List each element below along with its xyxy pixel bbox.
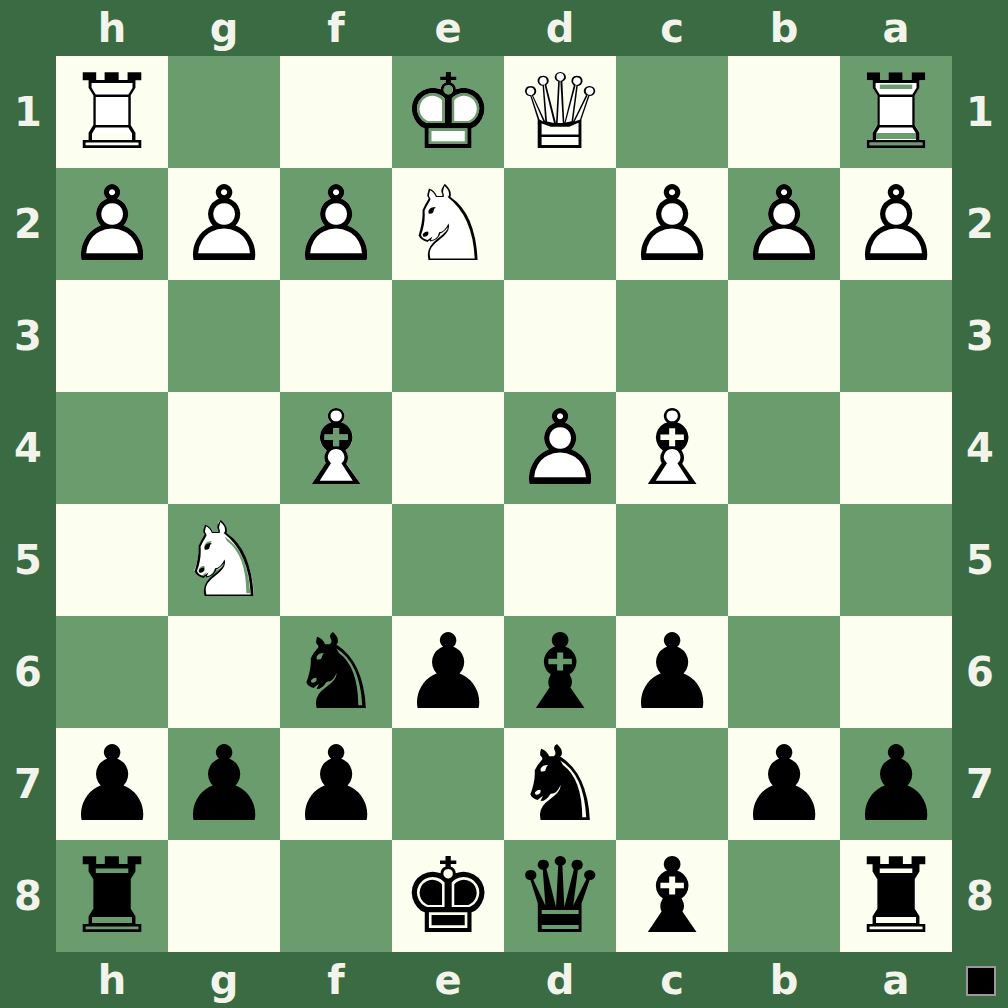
rank-label-right-3: 3 (952, 280, 1008, 392)
white-knight: ♞♘ (168, 504, 280, 616)
rank-label-left-4: 4 (0, 392, 56, 504)
square-h7[interactable]: ♟ (56, 728, 168, 840)
file-label-top-a: a (840, 0, 952, 56)
black-piece-glyph: ♜ (56, 840, 168, 952)
square-f8[interactable] (280, 840, 392, 952)
square-c3[interactable] (616, 280, 728, 392)
square-c8[interactable]: ♝ (616, 840, 728, 952)
square-a8[interactable]: ♜ (840, 840, 952, 952)
black-bishop: ♝ (504, 616, 616, 728)
white-piece-outline-glyph: ♘ (168, 504, 280, 616)
white-piece-outline-glyph: ♙ (840, 168, 952, 280)
file-label-bottom-d: d (504, 952, 616, 1008)
square-g5[interactable]: ♞♘ (168, 504, 280, 616)
square-e5[interactable] (392, 504, 504, 616)
black-piece-glyph: ♝ (616, 840, 728, 952)
square-d7[interactable]: ♞ (504, 728, 616, 840)
file-label-top-g: g (168, 0, 280, 56)
square-a5[interactable] (840, 504, 952, 616)
black-piece-glyph: ♟ (840, 728, 952, 840)
white-piece-outline-glyph: ♗ (616, 392, 728, 504)
rank-label-left-1: 1 (0, 56, 56, 168)
square-g4[interactable] (168, 392, 280, 504)
black-king: ♚ (392, 840, 504, 952)
rank-label-right-5: 5 (952, 504, 1008, 616)
square-b3[interactable] (728, 280, 840, 392)
square-c5[interactable] (616, 504, 728, 616)
white-piece-outline-glyph: ♔ (392, 56, 504, 168)
black-piece-glyph: ♞ (280, 616, 392, 728)
white-bishop: ♝♗ (280, 392, 392, 504)
square-d2[interactable] (504, 168, 616, 280)
square-e3[interactable] (392, 280, 504, 392)
square-d8[interactable]: ♛ (504, 840, 616, 952)
file-label-top-f: f (280, 0, 392, 56)
square-h3[interactable] (56, 280, 168, 392)
square-h5[interactable] (56, 504, 168, 616)
black-queen: ♛ (504, 840, 616, 952)
square-e8[interactable]: ♚ (392, 840, 504, 952)
square-f2[interactable]: ♟♙ (280, 168, 392, 280)
file-label-top-c: c (616, 0, 728, 56)
square-c7[interactable] (616, 728, 728, 840)
square-f7[interactable]: ♟ (280, 728, 392, 840)
square-b6[interactable] (728, 616, 840, 728)
file-label-top-b: b (728, 0, 840, 56)
square-f3[interactable] (280, 280, 392, 392)
white-piece-outline-glyph: ♖ (840, 56, 952, 168)
square-f5[interactable] (280, 504, 392, 616)
black-piece-glyph: ♞ (504, 728, 616, 840)
square-c1[interactable] (616, 56, 728, 168)
white-piece-outline-glyph: ♙ (616, 168, 728, 280)
square-g3[interactable] (168, 280, 280, 392)
black-piece-glyph: ♟ (168, 728, 280, 840)
black-pawn: ♟ (280, 728, 392, 840)
square-f6[interactable]: ♞ (280, 616, 392, 728)
file-label-bottom-e: e (392, 952, 504, 1008)
white-bishop: ♝♗ (616, 392, 728, 504)
white-pawn: ♟♙ (504, 392, 616, 504)
square-h8[interactable]: ♜ (56, 840, 168, 952)
corner-bottom-left (0, 952, 56, 1008)
black-knight: ♞ (504, 728, 616, 840)
black-piece-glyph: ♟ (56, 728, 168, 840)
chess-board: hgfedcba1♜♖♚♔♛♕♜♖12♟♙♟♙♟♙♞♘♟♙♟♙♟♙2334♝♗♟… (0, 0, 1008, 1008)
side-to-move-indicator (966, 966, 996, 996)
file-label-bottom-h: h (56, 952, 168, 1008)
black-piece-glyph: ♟ (392, 616, 504, 728)
file-label-bottom-f: f (280, 952, 392, 1008)
square-b1[interactable] (728, 56, 840, 168)
square-b2[interactable]: ♟♙ (728, 168, 840, 280)
square-a3[interactable] (840, 280, 952, 392)
white-piece-outline-glyph: ♖ (56, 56, 168, 168)
black-pawn: ♟ (728, 728, 840, 840)
white-rook: ♜♖ (56, 56, 168, 168)
corner-bottom-right (952, 952, 1008, 1008)
square-g7[interactable]: ♟ (168, 728, 280, 840)
white-piece-outline-glyph: ♕ (504, 56, 616, 168)
black-rook: ♜ (56, 840, 168, 952)
square-d3[interactable] (504, 280, 616, 392)
rank-label-right-7: 7 (952, 728, 1008, 840)
corner-top-left (0, 0, 56, 56)
square-b5[interactable] (728, 504, 840, 616)
file-label-top-h: h (56, 0, 168, 56)
white-pawn: ♟♙ (280, 168, 392, 280)
black-pawn: ♟ (56, 728, 168, 840)
square-e4[interactable] (392, 392, 504, 504)
square-a2[interactable]: ♟♙ (840, 168, 952, 280)
file-label-top-d: d (504, 0, 616, 56)
square-d1[interactable]: ♛♕ (504, 56, 616, 168)
white-piece-outline-glyph: ♙ (280, 168, 392, 280)
rank-label-left-2: 2 (0, 168, 56, 280)
square-g2[interactable]: ♟♙ (168, 168, 280, 280)
white-pawn: ♟♙ (616, 168, 728, 280)
rank-label-right-4: 4 (952, 392, 1008, 504)
square-f1[interactable] (280, 56, 392, 168)
black-pawn: ♟ (616, 616, 728, 728)
square-a7[interactable]: ♟ (840, 728, 952, 840)
rank-label-right-2: 2 (952, 168, 1008, 280)
file-label-top-e: e (392, 0, 504, 56)
square-g1[interactable] (168, 56, 280, 168)
rank-label-left-8: 8 (0, 840, 56, 952)
black-bishop: ♝ (616, 840, 728, 952)
black-pawn: ♟ (840, 728, 952, 840)
black-piece-glyph: ♛ (504, 840, 616, 952)
corner-top-right (952, 0, 1008, 56)
white-piece-outline-glyph: ♙ (168, 168, 280, 280)
black-piece-glyph: ♚ (392, 840, 504, 952)
square-b7[interactable]: ♟ (728, 728, 840, 840)
square-e1[interactable]: ♚♔ (392, 56, 504, 168)
white-piece-outline-glyph: ♘ (392, 168, 504, 280)
file-label-bottom-g: g (168, 952, 280, 1008)
square-b4[interactable] (728, 392, 840, 504)
white-piece-outline-glyph: ♗ (280, 392, 392, 504)
rank-label-left-5: 5 (0, 504, 56, 616)
file-label-bottom-b: b (728, 952, 840, 1008)
square-e2[interactable]: ♞♘ (392, 168, 504, 280)
file-label-bottom-c: c (616, 952, 728, 1008)
rank-label-right-8: 8 (952, 840, 1008, 952)
square-f4[interactable]: ♝♗ (280, 392, 392, 504)
square-h6[interactable] (56, 616, 168, 728)
white-queen: ♛♕ (504, 56, 616, 168)
white-pawn: ♟♙ (728, 168, 840, 280)
white-knight: ♞♘ (392, 168, 504, 280)
square-d6[interactable]: ♝ (504, 616, 616, 728)
square-c2[interactable]: ♟♙ (616, 168, 728, 280)
square-e7[interactable] (392, 728, 504, 840)
square-c6[interactable]: ♟ (616, 616, 728, 728)
square-a1[interactable]: ♜♖ (840, 56, 952, 168)
black-piece-glyph: ♜ (840, 840, 952, 952)
black-piece-glyph: ♝ (504, 616, 616, 728)
black-piece-glyph: ♟ (616, 616, 728, 728)
square-h1[interactable]: ♜♖ (56, 56, 168, 168)
black-rook: ♜ (840, 840, 952, 952)
square-g8[interactable] (168, 840, 280, 952)
rank-label-left-6: 6 (0, 616, 56, 728)
square-d5[interactable] (504, 504, 616, 616)
square-h4[interactable] (56, 392, 168, 504)
square-g6[interactable] (168, 616, 280, 728)
white-rook: ♜♖ (840, 56, 952, 168)
white-pawn: ♟♙ (56, 168, 168, 280)
white-piece-outline-glyph: ♙ (504, 392, 616, 504)
black-knight: ♞ (280, 616, 392, 728)
square-e6[interactable]: ♟ (392, 616, 504, 728)
square-a6[interactable] (840, 616, 952, 728)
black-piece-glyph: ♟ (728, 728, 840, 840)
white-pawn: ♟♙ (168, 168, 280, 280)
white-pawn: ♟♙ (840, 168, 952, 280)
black-pawn: ♟ (392, 616, 504, 728)
square-b8[interactable] (728, 840, 840, 952)
white-piece-outline-glyph: ♙ (728, 168, 840, 280)
white-king: ♚♔ (392, 56, 504, 168)
rank-label-right-1: 1 (952, 56, 1008, 168)
white-piece-outline-glyph: ♙ (56, 168, 168, 280)
rank-label-left-3: 3 (0, 280, 56, 392)
square-d4[interactable]: ♟♙ (504, 392, 616, 504)
square-a4[interactable] (840, 392, 952, 504)
square-c4[interactable]: ♝♗ (616, 392, 728, 504)
rank-label-right-6: 6 (952, 616, 1008, 728)
rank-label-left-7: 7 (0, 728, 56, 840)
file-label-bottom-a: a (840, 952, 952, 1008)
black-pawn: ♟ (168, 728, 280, 840)
black-piece-glyph: ♟ (280, 728, 392, 840)
square-h2[interactable]: ♟♙ (56, 168, 168, 280)
